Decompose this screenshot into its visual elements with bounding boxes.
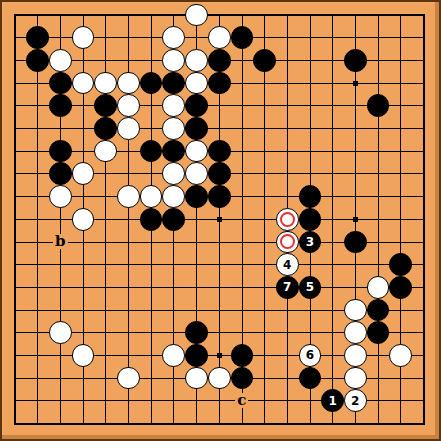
intersection <box>140 231 163 254</box>
intersection <box>94 4 117 27</box>
intersection <box>299 140 322 163</box>
intersection <box>4 94 27 117</box>
intersection: 6 <box>299 344 322 367</box>
intersection <box>117 117 140 140</box>
intersection <box>412 299 435 322</box>
move-number: 1 <box>328 395 336 407</box>
intersection <box>117 208 140 231</box>
black-stone: 3 <box>299 231 322 254</box>
intersection <box>299 299 322 322</box>
intersection <box>344 162 367 185</box>
white-stone <box>72 162 95 185</box>
intersection <box>140 253 163 276</box>
intersection <box>162 185 185 208</box>
intersection <box>253 231 276 254</box>
white-stone <box>162 185 185 208</box>
move-number: 2 <box>351 395 359 407</box>
intersection <box>231 140 254 163</box>
white-stone <box>162 162 185 185</box>
intersection <box>72 162 95 185</box>
intersection <box>140 185 163 208</box>
intersection <box>208 94 231 117</box>
intersection <box>367 94 390 117</box>
intersection <box>185 185 208 208</box>
intersection <box>117 276 140 299</box>
intersection <box>140 276 163 299</box>
intersection <box>276 26 299 49</box>
black-stone <box>231 367 254 390</box>
intersection <box>389 344 412 367</box>
intersection <box>208 140 231 163</box>
intersection <box>299 389 322 412</box>
intersection <box>299 367 322 390</box>
intersection <box>26 117 49 140</box>
intersection <box>4 162 27 185</box>
intersection <box>4 344 27 367</box>
white-stone: 4 <box>276 253 299 276</box>
intersection <box>253 162 276 185</box>
black-stone <box>367 321 390 344</box>
intersection <box>299 321 322 344</box>
move-number: 3 <box>306 236 314 248</box>
intersection <box>344 367 367 390</box>
intersection <box>72 231 95 254</box>
white-stone <box>162 26 185 49</box>
intersection <box>231 299 254 322</box>
intersection <box>276 344 299 367</box>
white-stone <box>389 344 412 367</box>
intersection <box>412 321 435 344</box>
white-stone <box>344 299 367 322</box>
white-stone <box>185 4 208 27</box>
intersection <box>185 140 208 163</box>
intersection: 2 <box>344 389 367 412</box>
white-stone <box>344 344 367 367</box>
intersection <box>208 299 231 322</box>
intersection <box>162 72 185 95</box>
move-number: 5 <box>306 281 314 293</box>
intersection <box>117 140 140 163</box>
intersection <box>276 72 299 95</box>
intersection <box>321 117 344 140</box>
intersection <box>208 231 231 254</box>
intersection <box>4 367 27 390</box>
intersection <box>26 299 49 322</box>
intersection <box>162 117 185 140</box>
intersection <box>367 321 390 344</box>
intersection <box>162 412 185 435</box>
intersection <box>72 367 95 390</box>
intersection <box>321 140 344 163</box>
intersection <box>49 253 72 276</box>
intersection <box>389 185 412 208</box>
intersection <box>72 412 95 435</box>
intersection <box>299 26 322 49</box>
intersection <box>185 321 208 344</box>
intersection <box>185 26 208 49</box>
intersection <box>26 412 49 435</box>
intersection <box>208 4 231 27</box>
intersection <box>140 208 163 231</box>
intersection <box>321 72 344 95</box>
white-stone <box>49 49 72 72</box>
intersection <box>208 344 231 367</box>
intersection <box>72 185 95 208</box>
intersection <box>367 299 390 322</box>
intersection <box>49 299 72 322</box>
board-cells: b34756c12 <box>4 4 435 435</box>
white-stone <box>140 185 163 208</box>
black-stone <box>344 49 367 72</box>
intersection <box>72 72 95 95</box>
intersection <box>412 4 435 27</box>
intersection <box>117 49 140 72</box>
intersection <box>49 72 72 95</box>
intersection <box>208 162 231 185</box>
intersection <box>276 94 299 117</box>
intersection <box>321 367 344 390</box>
intersection: 1 <box>321 389 344 412</box>
black-stone <box>344 231 367 254</box>
intersection <box>208 389 231 412</box>
intersection <box>162 321 185 344</box>
intersection <box>231 185 254 208</box>
intersection <box>389 26 412 49</box>
intersection: c <box>231 389 254 412</box>
intersection <box>162 276 185 299</box>
intersection <box>367 140 390 163</box>
intersection <box>49 208 72 231</box>
intersection <box>4 412 27 435</box>
intersection <box>49 185 72 208</box>
intersection <box>321 4 344 27</box>
intersection <box>367 185 390 208</box>
intersection <box>94 321 117 344</box>
intersection <box>117 185 140 208</box>
intersection <box>49 140 72 163</box>
intersection <box>117 26 140 49</box>
intersection <box>231 344 254 367</box>
intersection <box>367 162 390 185</box>
intersection <box>389 276 412 299</box>
intersection <box>253 276 276 299</box>
intersection <box>276 412 299 435</box>
intersection <box>299 253 322 276</box>
intersection <box>344 321 367 344</box>
intersection <box>299 185 322 208</box>
intersection <box>276 321 299 344</box>
intersection <box>344 94 367 117</box>
white-stone <box>162 49 185 72</box>
intersection <box>49 276 72 299</box>
intersection <box>117 72 140 95</box>
intersection <box>367 367 390 390</box>
black-stone <box>208 49 231 72</box>
intersection <box>321 208 344 231</box>
intersection <box>344 117 367 140</box>
intersection <box>94 276 117 299</box>
intersection <box>117 389 140 412</box>
intersection <box>389 253 412 276</box>
intersection <box>72 49 95 72</box>
intersection <box>4 117 27 140</box>
intersection <box>49 94 72 117</box>
intersection <box>162 253 185 276</box>
black-stone <box>140 140 163 163</box>
intersection <box>26 253 49 276</box>
intersection <box>321 49 344 72</box>
intersection: 7 <box>276 276 299 299</box>
intersection <box>208 208 231 231</box>
white-stone <box>117 367 140 390</box>
intersection <box>276 389 299 412</box>
intersection <box>276 185 299 208</box>
intersection <box>321 231 344 254</box>
white-stone <box>94 140 117 163</box>
intersection <box>367 231 390 254</box>
intersection <box>4 49 27 72</box>
intersection <box>49 26 72 49</box>
intersection <box>412 117 435 140</box>
intersection <box>72 140 95 163</box>
intersection <box>412 49 435 72</box>
black-stone <box>162 140 185 163</box>
intersection <box>117 344 140 367</box>
intersection <box>94 344 117 367</box>
black-stone <box>253 49 276 72</box>
intersection <box>49 389 72 412</box>
intersection <box>412 276 435 299</box>
intersection <box>367 344 390 367</box>
intersection <box>162 26 185 49</box>
red-circle-mark-icon <box>280 212 295 227</box>
intersection <box>162 49 185 72</box>
intersection <box>412 389 435 412</box>
intersection <box>208 321 231 344</box>
intersection <box>49 412 72 435</box>
intersection <box>412 412 435 435</box>
intersection <box>412 208 435 231</box>
black-stone <box>94 117 117 140</box>
intersection <box>412 253 435 276</box>
intersection <box>276 4 299 27</box>
intersection <box>26 26 49 49</box>
intersection <box>367 208 390 231</box>
intersection <box>299 208 322 231</box>
intersection <box>117 321 140 344</box>
intersection <box>117 253 140 276</box>
intersection <box>185 231 208 254</box>
intersection <box>94 94 117 117</box>
intersection <box>412 185 435 208</box>
white-stone <box>117 72 140 95</box>
intersection <box>26 208 49 231</box>
intersection <box>185 117 208 140</box>
black-stone <box>26 26 49 49</box>
intersection <box>231 26 254 49</box>
intersection <box>49 344 72 367</box>
move-number: 6 <box>306 349 314 361</box>
intersection <box>389 140 412 163</box>
intersection <box>72 26 95 49</box>
intersection <box>26 367 49 390</box>
intersection <box>253 412 276 435</box>
intersection <box>344 276 367 299</box>
white-stone <box>49 321 72 344</box>
intersection <box>367 276 390 299</box>
intersection <box>94 117 117 140</box>
intersection <box>94 412 117 435</box>
intersection <box>49 162 72 185</box>
intersection <box>94 231 117 254</box>
intersection: b <box>49 231 72 254</box>
intersection <box>185 94 208 117</box>
intersection <box>49 321 72 344</box>
intersection <box>208 185 231 208</box>
intersection <box>253 299 276 322</box>
black-stone <box>208 162 231 185</box>
intersection <box>231 117 254 140</box>
intersection: 4 <box>276 253 299 276</box>
intersection <box>72 344 95 367</box>
black-stone <box>162 208 185 231</box>
intersection <box>389 94 412 117</box>
intersection <box>140 4 163 27</box>
intersection <box>344 231 367 254</box>
intersection <box>367 253 390 276</box>
intersection <box>367 72 390 95</box>
intersection <box>253 140 276 163</box>
intersection <box>321 253 344 276</box>
intersection <box>72 389 95 412</box>
intersection <box>94 253 117 276</box>
intersection <box>185 49 208 72</box>
black-stone <box>185 321 208 344</box>
point-label: c <box>235 393 248 408</box>
intersection <box>185 367 208 390</box>
intersection <box>367 4 390 27</box>
intersection <box>117 412 140 435</box>
intersection <box>72 321 95 344</box>
intersection <box>231 94 254 117</box>
intersection <box>299 94 322 117</box>
white-stone <box>276 231 299 254</box>
black-stone <box>49 140 72 163</box>
black-stone <box>94 94 117 117</box>
white-stone <box>72 208 95 231</box>
intersection <box>412 26 435 49</box>
intersection <box>208 49 231 72</box>
intersection <box>231 321 254 344</box>
black-stone <box>208 185 231 208</box>
intersection <box>185 389 208 412</box>
black-stone: 5 <box>299 276 322 299</box>
intersection <box>26 231 49 254</box>
intersection <box>367 49 390 72</box>
white-stone <box>72 344 95 367</box>
black-stone <box>162 72 185 95</box>
intersection <box>72 4 95 27</box>
intersection <box>140 162 163 185</box>
intersection <box>140 26 163 49</box>
intersection <box>162 367 185 390</box>
intersection <box>412 94 435 117</box>
intersection <box>299 49 322 72</box>
intersection <box>140 344 163 367</box>
intersection <box>140 389 163 412</box>
intersection <box>412 162 435 185</box>
intersection <box>4 321 27 344</box>
intersection <box>208 253 231 276</box>
intersection <box>276 162 299 185</box>
intersection <box>72 253 95 276</box>
intersection <box>344 299 367 322</box>
intersection <box>4 231 27 254</box>
intersection <box>412 140 435 163</box>
intersection <box>208 117 231 140</box>
intersection <box>72 299 95 322</box>
intersection <box>321 299 344 322</box>
intersection <box>253 344 276 367</box>
white-stone <box>185 367 208 390</box>
intersection <box>94 389 117 412</box>
intersection <box>344 185 367 208</box>
intersection <box>367 117 390 140</box>
intersection <box>162 389 185 412</box>
intersection <box>231 276 254 299</box>
intersection <box>117 4 140 27</box>
intersection <box>253 321 276 344</box>
intersection <box>26 276 49 299</box>
intersection <box>208 412 231 435</box>
intersection <box>26 72 49 95</box>
intersection <box>344 140 367 163</box>
black-stone <box>49 94 72 117</box>
intersection <box>26 389 49 412</box>
intersection <box>94 185 117 208</box>
intersection <box>389 49 412 72</box>
intersection <box>72 117 95 140</box>
intersection <box>231 4 254 27</box>
white-stone <box>208 26 231 49</box>
white-stone <box>367 276 390 299</box>
intersection <box>299 117 322 140</box>
intersection <box>185 72 208 95</box>
intersection <box>26 321 49 344</box>
intersection <box>344 208 367 231</box>
black-stone <box>185 344 208 367</box>
intersection <box>389 162 412 185</box>
intersection <box>276 231 299 254</box>
intersection <box>253 94 276 117</box>
intersection <box>162 94 185 117</box>
black-stone: 1 <box>321 389 344 412</box>
intersection <box>4 140 27 163</box>
intersection <box>117 231 140 254</box>
black-stone <box>49 72 72 95</box>
intersection <box>231 412 254 435</box>
intersection <box>185 208 208 231</box>
intersection <box>26 140 49 163</box>
intersection <box>321 94 344 117</box>
intersection <box>162 299 185 322</box>
intersection <box>389 367 412 390</box>
intersection <box>140 367 163 390</box>
intersection <box>344 412 367 435</box>
intersection <box>4 276 27 299</box>
intersection <box>321 185 344 208</box>
intersection <box>231 208 254 231</box>
